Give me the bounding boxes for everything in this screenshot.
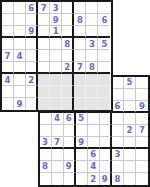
cell-a-r1-c6[interactable]: 8: [74, 14, 86, 26]
cell-b-r5-c0[interactable]: 3: [40, 137, 52, 149]
cell-b-r7-c1[interactable]: [52, 161, 64, 173]
cell-a-r3-c0[interactable]: [2, 38, 14, 50]
cell-b-r3-c2[interactable]: 6: [64, 113, 76, 125]
cell-a-r0-c8[interactable]: [98, 2, 110, 14]
cell-b-r5-c2[interactable]: [64, 137, 76, 149]
cell-a-r8-c8[interactable]: [98, 98, 110, 110]
cell-b-r3-c3[interactable]: 5: [76, 113, 88, 125]
cell-b-r1-c6[interactable]: [112, 89, 124, 101]
cell-a-r3-c4[interactable]: [50, 38, 62, 50]
cell-a-r0-c6[interactable]: [74, 2, 86, 14]
cell-a-r5-c3[interactable]: [38, 62, 50, 74]
cell-a-r4-c8[interactable]: [98, 50, 110, 62]
cell-b-r4-c1[interactable]: [52, 125, 64, 137]
cell-a-r3-c8[interactable]: 5: [98, 38, 110, 50]
cell-a-r7-c2[interactable]: [26, 86, 38, 98]
cell-a-r6-c7[interactable]: [86, 74, 98, 86]
cell-a-r5-c7[interactable]: 8: [86, 62, 98, 74]
cell-b-r1-c7[interactable]: [124, 89, 136, 101]
cell-b-r5-c3[interactable]: 9: [76, 137, 88, 149]
cell-a-r2-c0[interactable]: [2, 26, 14, 38]
cell-b-r3-c6[interactable]: [112, 113, 124, 125]
cell-a-r8-c7[interactable]: [86, 98, 98, 110]
cell-a-r6-c2[interactable]: 2: [26, 74, 38, 86]
cell-b-r5-c4[interactable]: [88, 137, 100, 149]
cell-a-r4-c1[interactable]: 4: [14, 50, 26, 62]
cell-a-r4-c4[interactable]: [50, 50, 62, 62]
cell-a-r8-c2[interactable]: [26, 98, 38, 110]
cell-b-r6-c7[interactable]: [124, 149, 136, 161]
cell-b-r5-c6[interactable]: [112, 137, 124, 149]
cell-b-r8-c6[interactable]: 8: [112, 173, 124, 185]
cell-a-r6-c4[interactable]: [50, 74, 62, 86]
cell-a-r2-c7[interactable]: [86, 26, 98, 38]
cell-b-r5-c7[interactable]: [124, 137, 136, 149]
cell-b-r7-c4[interactable]: 4: [88, 161, 100, 173]
cell-b-r3-c7[interactable]: [124, 113, 136, 125]
cell-a-r4-c3[interactable]: [38, 50, 50, 62]
cell-b-r2-c8[interactable]: 9: [136, 101, 148, 113]
cell-a-r1-c7[interactable]: [86, 14, 98, 26]
cell-b-r6-c6[interactable]: 3: [112, 149, 124, 161]
cell-a-r5-c0[interactable]: [2, 62, 14, 74]
cell-b-r2-c7[interactable]: [124, 101, 136, 113]
cell-a-r4-c5[interactable]: [62, 50, 74, 62]
cell-a-r3-c7[interactable]: 3: [86, 38, 98, 50]
cell-b-r6-c4[interactable]: 6: [88, 149, 100, 161]
cell-b-r7-c3[interactable]: [76, 161, 88, 173]
cell-a-r8-c6[interactable]: [74, 98, 86, 110]
cell-a-r1-c3[interactable]: [38, 14, 50, 26]
cell-a-r2-c8[interactable]: [98, 26, 110, 38]
cell-b-r7-c8[interactable]: [136, 161, 148, 173]
cell-b-r6-c0[interactable]: [40, 149, 52, 161]
cell-b-r8-c2[interactable]: [64, 173, 76, 185]
cell-a-r2-c1[interactable]: [14, 26, 26, 38]
cell-a-r1-c4[interactable]: 9: [50, 14, 62, 26]
cell-b-r1-c8[interactable]: [136, 89, 148, 101]
cell-a-r4-c0[interactable]: 7: [2, 50, 14, 62]
cell-a-r5-c2[interactable]: [26, 62, 38, 74]
cell-a-r8-c4[interactable]: [50, 98, 62, 110]
cell-a-r1-c8[interactable]: 6: [98, 14, 110, 26]
cell-b-r4-c8[interactable]: 7: [136, 125, 148, 137]
cell-b-r6-c3[interactable]: [76, 149, 88, 161]
cell-b-r0-c8[interactable]: [136, 77, 148, 89]
cell-a-r5-c1[interactable]: [14, 62, 26, 74]
cell-b-r7-c2[interactable]: 9: [64, 161, 76, 173]
cell-a-r5-c4[interactable]: [50, 62, 62, 74]
cell-b-r6-c2[interactable]: [64, 149, 76, 161]
cell-a-r0-c3[interactable]: 7: [38, 2, 50, 14]
cell-a-r0-c4[interactable]: 3: [50, 2, 62, 14]
cell-a-r8-c3[interactable]: [38, 98, 50, 110]
cell-a-r3-c2[interactable]: [26, 38, 38, 50]
cell-b-r8-c5[interactable]: 9: [100, 173, 112, 185]
cell-b-r4-c3[interactable]: [76, 125, 88, 137]
cell-a-r8-c1[interactable]: 9: [14, 98, 26, 110]
cell-a-r0-c1[interactable]: [14, 2, 26, 14]
cell-a-r8-c0[interactable]: [2, 98, 14, 110]
cell-b-r7-c5[interactable]: [100, 161, 112, 173]
cell-a-r0-c2[interactable]: 6: [26, 2, 38, 14]
cell-b-r4-c5[interactable]: [100, 125, 112, 137]
cell-a-r6-c1[interactable]: [14, 74, 26, 86]
cell-a-r7-c0[interactable]: [2, 86, 14, 98]
cell-a-r7-c4[interactable]: [50, 86, 62, 98]
cell-a-r3-c3[interactable]: [38, 38, 50, 50]
cell-b-r5-c1[interactable]: 7: [52, 137, 64, 149]
cell-b-r4-c4[interactable]: [88, 125, 100, 137]
cell-a-r0-c7[interactable]: [86, 2, 98, 14]
cell-a-r7-c6[interactable]: [74, 86, 86, 98]
cell-b-r4-c0[interactable]: [40, 125, 52, 137]
cell-b-r0-c6[interactable]: [112, 77, 124, 89]
sudoku-grid-a: 6739869183574278429: [0, 0, 113, 112]
cell-a-r5-c6[interactable]: 7: [74, 62, 86, 74]
cell-b-r0-c7[interactable]: 5: [124, 77, 136, 89]
cell-b-r3-c4[interactable]: [88, 113, 100, 125]
cell-b-r8-c3[interactable]: [76, 173, 88, 185]
cell-a-r3-c1[interactable]: [14, 38, 26, 50]
cell-b-r5-c8[interactable]: [136, 137, 148, 149]
cell-b-r8-c0[interactable]: [40, 173, 52, 185]
cell-b-r5-c5[interactable]: [100, 137, 112, 149]
cell-b-r3-c5[interactable]: [100, 113, 112, 125]
cell-a-r4-c6[interactable]: [74, 50, 86, 62]
cell-a-r3-c5[interactable]: 8: [62, 38, 74, 50]
cell-b-r6-c5[interactable]: [100, 149, 112, 161]
cell-a-r6-c8[interactable]: [98, 74, 110, 86]
cell-a-r2-c5[interactable]: [62, 26, 74, 38]
cell-a-r7-c3[interactable]: [38, 86, 50, 98]
cell-b-r4-c6[interactable]: [112, 125, 124, 137]
cell-a-r4-c2[interactable]: [26, 50, 38, 62]
cell-a-r1-c0[interactable]: [2, 14, 14, 26]
cell-a-r3-c6[interactable]: [74, 38, 86, 50]
cell-a-r1-c1[interactable]: [14, 14, 26, 26]
cell-a-r2-c2[interactable]: 9: [26, 26, 38, 38]
cell-a-r1-c2[interactable]: [26, 14, 38, 26]
cell-a-r2-c4[interactable]: 1: [50, 26, 62, 38]
cell-a-r8-c5[interactable]: [62, 98, 74, 110]
cell-b-r8-c4[interactable]: 2: [88, 173, 100, 185]
cell-a-r6-c5[interactable]: [62, 74, 74, 86]
cell-b-r6-c8[interactable]: [136, 149, 148, 161]
cell-a-r2-c6[interactable]: [74, 26, 86, 38]
cell-a-r6-c0[interactable]: 4: [2, 74, 14, 86]
cell-b-r8-c1[interactable]: [52, 173, 64, 185]
cell-a-r7-c7[interactable]: [86, 86, 98, 98]
cell-b-r7-c7[interactable]: [124, 161, 136, 173]
cell-a-r7-c1[interactable]: [14, 86, 26, 98]
cell-a-r1-c5[interactable]: [62, 14, 74, 26]
cell-a-r7-c8[interactable]: [98, 86, 110, 98]
cell-b-r8-c7[interactable]: [124, 173, 136, 185]
cell-a-r6-c3[interactable]: [38, 74, 50, 86]
cell-a-r6-c6[interactable]: [74, 74, 86, 86]
twodoku-board: 5694652737963894298 6739869183574278429: [0, 0, 150, 187]
cell-b-r4-c7[interactable]: 2: [124, 125, 136, 137]
cell-b-r6-c1[interactable]: [52, 149, 64, 161]
cell-b-r8-c8[interactable]: [136, 173, 148, 185]
cell-a-r2-c3[interactable]: [38, 26, 50, 38]
cell-a-r0-c5[interactable]: [62, 2, 74, 14]
cell-b-r3-c1[interactable]: 4: [52, 113, 64, 125]
cell-b-r2-c6[interactable]: 6: [112, 101, 124, 113]
cell-b-r7-c6[interactable]: [112, 161, 124, 173]
cell-a-r5-c5[interactable]: 2: [62, 62, 74, 74]
cell-a-r0-c0[interactable]: [2, 2, 14, 14]
cell-b-r4-c2[interactable]: [64, 125, 76, 137]
cell-b-r3-c0[interactable]: [40, 113, 52, 125]
cell-a-r7-c5[interactable]: [62, 86, 74, 98]
cell-a-r5-c8[interactable]: [98, 62, 110, 74]
cell-b-r3-c8[interactable]: [136, 113, 148, 125]
cell-b-r7-c0[interactable]: 8: [40, 161, 52, 173]
cell-a-r4-c7[interactable]: [86, 50, 98, 62]
